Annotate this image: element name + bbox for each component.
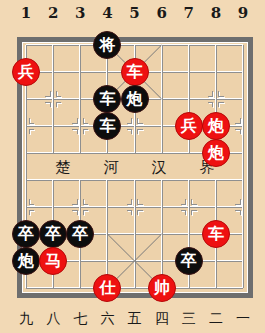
black-soldier[interactable]: 卒 xyxy=(66,220,94,248)
black-chariot[interactable]: 车 xyxy=(93,112,121,140)
black-cannon[interactable]: 炮 xyxy=(121,85,149,113)
red-cannon[interactable]: 炮 xyxy=(202,112,230,140)
black-chariot[interactable]: 车 xyxy=(93,85,121,113)
black-soldier[interactable]: 卒 xyxy=(39,220,67,248)
red-horse[interactable]: 马 xyxy=(39,247,67,275)
black-soldier[interactable]: 卒 xyxy=(175,247,203,275)
xiangqi-app: 楚河汉界 123456789 九八七六五四三二一 将兵车车炮车兵炮炮卒卒卒车炮马… xyxy=(0,0,265,333)
black-general[interactable]: 将 xyxy=(93,31,121,59)
red-general[interactable]: 帅 xyxy=(148,274,176,302)
red-chariot[interactable]: 车 xyxy=(202,220,230,248)
black-cannon[interactable]: 炮 xyxy=(12,247,40,275)
black-soldier[interactable]: 卒 xyxy=(12,220,40,248)
red-cannon[interactable]: 炮 xyxy=(202,139,230,167)
red-soldier[interactable]: 兵 xyxy=(175,112,203,140)
pieces-layer: 将兵车车炮车兵炮炮卒卒卒车炮马卒仕帅 xyxy=(0,0,265,333)
red-advisor[interactable]: 仕 xyxy=(93,274,121,302)
red-chariot[interactable]: 车 xyxy=(121,58,149,86)
red-soldier[interactable]: 兵 xyxy=(12,58,40,86)
